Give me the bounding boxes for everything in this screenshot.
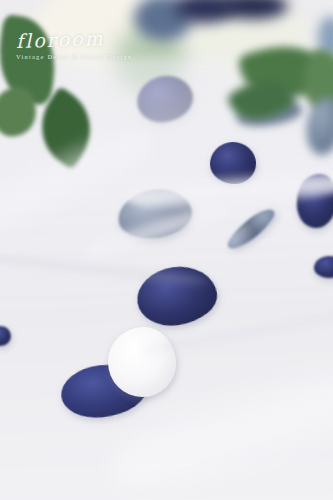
image-stage: floroom Vintage Decor & Floral Design — [0, 0, 333, 500]
product-photo: floroom Vintage Decor & Floral Design — [0, 0, 333, 500]
petal-navy-right-lower — [314, 256, 333, 278]
petal-white — [108, 327, 176, 397]
